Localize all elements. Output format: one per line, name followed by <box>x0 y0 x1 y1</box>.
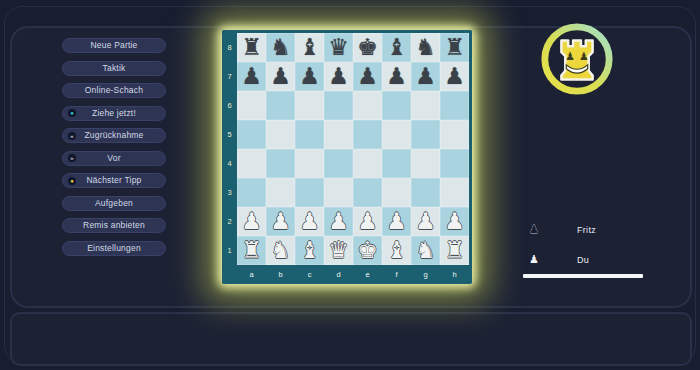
square-g2[interactable]: ♟ <box>411 207 440 236</box>
black-rook[interactable]: ♜ <box>444 33 465 62</box>
square-g6[interactable] <box>411 91 440 120</box>
square-c7[interactable]: ♟ <box>295 62 324 91</box>
rank-label-8: 8 <box>222 33 237 62</box>
sidebar-item-aufgeben[interactable]: Aufgeben <box>62 196 166 211</box>
rank-label-3: 3 <box>222 178 237 207</box>
square-h7[interactable]: ♟ <box>440 62 469 91</box>
white-pawn[interactable]: ♟ <box>328 207 349 236</box>
fritz-logo: ♟ ♟ <box>538 20 616 98</box>
square-e8[interactable]: ♚ <box>353 33 382 62</box>
sidebar-item-zugruecknahme[interactable]: «Zugrücknahme <box>62 128 166 143</box>
white-pawn[interactable]: ♟ <box>241 207 262 236</box>
white-pawn[interactable]: ♟ <box>386 207 407 236</box>
white-pawn-icon: ♟ <box>529 253 539 267</box>
square-f3[interactable] <box>382 178 411 207</box>
square-g4[interactable] <box>411 149 440 178</box>
sidebar-item-online-schach[interactable]: Online-Schach <box>62 83 166 98</box>
black-bishop[interactable]: ♝ <box>299 33 320 62</box>
move-now-icon: ● <box>68 109 76 117</box>
square-e3[interactable] <box>353 178 382 207</box>
black-pawn-icon: ♟ <box>529 223 539 237</box>
sidebar-item-label: Remis anbieten <box>83 221 145 230</box>
sidebar-item-label: Vor <box>107 154 120 163</box>
square-d3[interactable] <box>324 178 353 207</box>
notation-panel <box>10 312 692 366</box>
square-g3[interactable] <box>411 178 440 207</box>
square-h4[interactable] <box>440 149 469 178</box>
square-a7[interactable]: ♟ <box>237 62 266 91</box>
rank-labels: 87654321 <box>222 33 237 265</box>
square-c5[interactable] <box>295 120 324 149</box>
square-g7[interactable]: ♟ <box>411 62 440 91</box>
square-f6[interactable] <box>382 91 411 120</box>
square-c8[interactable]: ♝ <box>295 33 324 62</box>
square-d8[interactable]: ♛ <box>324 33 353 62</box>
board-squares: ♜♞♝♛♚♝♞♜♟♟♟♟♟♟♟♟♟♟♟♟♟♟♟♟♜♞♝♛♚♝♞♜ <box>237 33 469 265</box>
white-knight[interactable]: ♞ <box>415 236 436 265</box>
white-queen[interactable]: ♛ <box>328 236 349 265</box>
black-knight[interactable]: ♞ <box>270 33 291 62</box>
square-b1[interactable]: ♞ <box>266 236 295 265</box>
svg-text:♟: ♟ <box>565 50 575 63</box>
you-row: ♟ Du <box>523 252 663 268</box>
square-e4[interactable] <box>353 149 382 178</box>
square-c6[interactable] <box>295 91 324 120</box>
square-f2[interactable]: ♟ <box>382 207 411 236</box>
square-d5[interactable] <box>324 120 353 149</box>
file-label-c: c <box>295 266 324 283</box>
file-label-h: h <box>440 266 469 283</box>
square-h5[interactable] <box>440 120 469 149</box>
square-a5[interactable] <box>237 120 266 149</box>
hint-icon: ● <box>68 177 76 185</box>
fritz-window: Neue PartieTaktikOnline-Schach●Ziehe jet… <box>0 0 700 370</box>
square-h3[interactable] <box>440 178 469 207</box>
white-rook[interactable]: ♜ <box>241 236 262 265</box>
sidebar-item-einstellungen[interactable]: Einstellungen <box>62 241 166 256</box>
white-bishop[interactable]: ♝ <box>299 236 320 265</box>
svg-text:♟: ♟ <box>579 50 589 63</box>
square-e7[interactable]: ♟ <box>353 62 382 91</box>
opponent-name: Fritz <box>577 225 596 235</box>
white-pawn[interactable]: ♟ <box>415 207 436 236</box>
file-label-f: f <box>382 266 411 283</box>
sidebar-item-naechster-tipp[interactable]: ●Nächster Tipp <box>62 173 166 188</box>
white-pawn[interactable]: ♟ <box>444 207 465 236</box>
black-pawn[interactable]: ♟ <box>241 62 262 91</box>
black-pawn[interactable]: ♟ <box>299 62 320 91</box>
square-f5[interactable] <box>382 120 411 149</box>
sidebar-item-remis-anbieten[interactable]: Remis anbieten <box>62 218 166 233</box>
square-a4[interactable] <box>237 149 266 178</box>
square-f1[interactable]: ♝ <box>382 236 411 265</box>
square-h2[interactable]: ♟ <box>440 207 469 236</box>
square-a8[interactable]: ♜ <box>237 33 266 62</box>
sidebar-item-vor[interactable]: »Vor <box>62 151 166 166</box>
sidebar-item-ziehe-jetzt[interactable]: ●Ziehe jetzt! <box>62 106 166 121</box>
square-g5[interactable] <box>411 120 440 149</box>
file-label-g: g <box>411 266 440 283</box>
sidebar-item-taktik[interactable]: Taktik <box>62 61 166 76</box>
square-a6[interactable] <box>237 91 266 120</box>
square-h1[interactable]: ♜ <box>440 236 469 265</box>
square-a3[interactable] <box>237 178 266 207</box>
square-c2[interactable]: ♟ <box>295 207 324 236</box>
square-g1[interactable]: ♞ <box>411 236 440 265</box>
black-king[interactable]: ♚ <box>357 33 378 62</box>
black-rook[interactable]: ♜ <box>241 33 262 62</box>
white-bishop[interactable]: ♝ <box>386 236 407 265</box>
square-c3[interactable] <box>295 178 324 207</box>
sidebar-item-label: Taktik <box>103 64 126 73</box>
square-g8[interactable]: ♞ <box>411 33 440 62</box>
square-b8[interactable]: ♞ <box>266 33 295 62</box>
rank-label-4: 4 <box>222 149 237 178</box>
black-pawn[interactable]: ♟ <box>415 62 436 91</box>
square-b2[interactable]: ♟ <box>266 207 295 236</box>
sidebar-item-label: Einstellungen <box>87 244 141 253</box>
sidebar-item-neue-partie[interactable]: Neue Partie <box>62 38 166 53</box>
square-d1[interactable]: ♛ <box>324 236 353 265</box>
square-d6[interactable] <box>324 91 353 120</box>
square-f4[interactable] <box>382 149 411 178</box>
square-d7[interactable]: ♟ <box>324 62 353 91</box>
square-b4[interactable] <box>266 149 295 178</box>
white-pawn[interactable]: ♟ <box>270 207 291 236</box>
sidebar-item-label: Ziehe jetzt! <box>92 109 136 118</box>
forward-icon: » <box>68 154 76 162</box>
square-e5[interactable] <box>353 120 382 149</box>
rank-label-6: 6 <box>222 91 237 120</box>
black-pawn[interactable]: ♟ <box>270 62 291 91</box>
opponent-row: ♟ Fritz <box>523 222 663 238</box>
white-rook[interactable]: ♜ <box>444 236 465 265</box>
black-bishop[interactable]: ♝ <box>386 33 407 62</box>
square-c4[interactable] <box>295 149 324 178</box>
sidebar-item-label: Online-Schach <box>85 86 143 95</box>
square-e6[interactable] <box>353 91 382 120</box>
black-knight[interactable]: ♞ <box>415 33 436 62</box>
rank-label-5: 5 <box>222 120 237 149</box>
rank-label-1: 1 <box>222 236 237 265</box>
sidebar: Neue PartieTaktikOnline-Schach●Ziehe jet… <box>62 38 168 263</box>
square-b7[interactable]: ♟ <box>266 62 295 91</box>
file-label-d: d <box>324 266 353 283</box>
active-player-underline <box>523 274 643 278</box>
rook-mascot-icon: ♟ ♟ <box>538 20 616 98</box>
square-e1[interactable]: ♚ <box>353 236 382 265</box>
rank-label-7: 7 <box>222 62 237 91</box>
white-king[interactable]: ♚ <box>357 236 378 265</box>
square-e2[interactable]: ♟ <box>353 207 382 236</box>
square-a2[interactable]: ♟ <box>237 207 266 236</box>
sidebar-item-label: Zugrücknahme <box>84 131 143 140</box>
file-label-a: a <box>237 266 266 283</box>
square-b5[interactable] <box>266 120 295 149</box>
square-f7[interactable]: ♟ <box>382 62 411 91</box>
black-queen[interactable]: ♛ <box>328 33 349 62</box>
black-pawn[interactable]: ♟ <box>444 62 465 91</box>
square-a1[interactable]: ♜ <box>237 236 266 265</box>
sidebar-item-label: Aufgeben <box>95 199 133 208</box>
square-h6[interactable] <box>440 91 469 120</box>
white-pawn[interactable]: ♟ <box>357 207 378 236</box>
square-d2[interactable]: ♟ <box>324 207 353 236</box>
square-d4[interactable] <box>324 149 353 178</box>
square-h8[interactable]: ♜ <box>440 33 469 62</box>
square-f8[interactable]: ♝ <box>382 33 411 62</box>
black-pawn[interactable]: ♟ <box>328 62 349 91</box>
players-panel: ♟ Fritz ♟ Du <box>523 222 663 282</box>
file-label-b: b <box>266 266 295 283</box>
black-pawn[interactable]: ♟ <box>386 62 407 91</box>
square-b3[interactable] <box>266 178 295 207</box>
sidebar-item-label: Nächster Tipp <box>86 176 141 185</box>
chessboard: 87654321 ♜♞♝♛♚♝♞♜♟♟♟♟♟♟♟♟♟♟♟♟♟♟♟♟♜♞♝♛♚♝♞… <box>222 30 472 284</box>
white-pawn[interactable]: ♟ <box>299 207 320 236</box>
sidebar-item-label: Neue Partie <box>90 41 137 50</box>
file-labels: abcdefgh <box>237 266 469 283</box>
square-c1[interactable]: ♝ <box>295 236 324 265</box>
undo-icon: « <box>68 132 76 140</box>
square-b6[interactable] <box>266 91 295 120</box>
rank-label-2: 2 <box>222 207 237 236</box>
file-label-e: e <box>353 266 382 283</box>
white-knight[interactable]: ♞ <box>270 236 291 265</box>
black-pawn[interactable]: ♟ <box>357 62 378 91</box>
you-name: Du <box>577 255 589 265</box>
